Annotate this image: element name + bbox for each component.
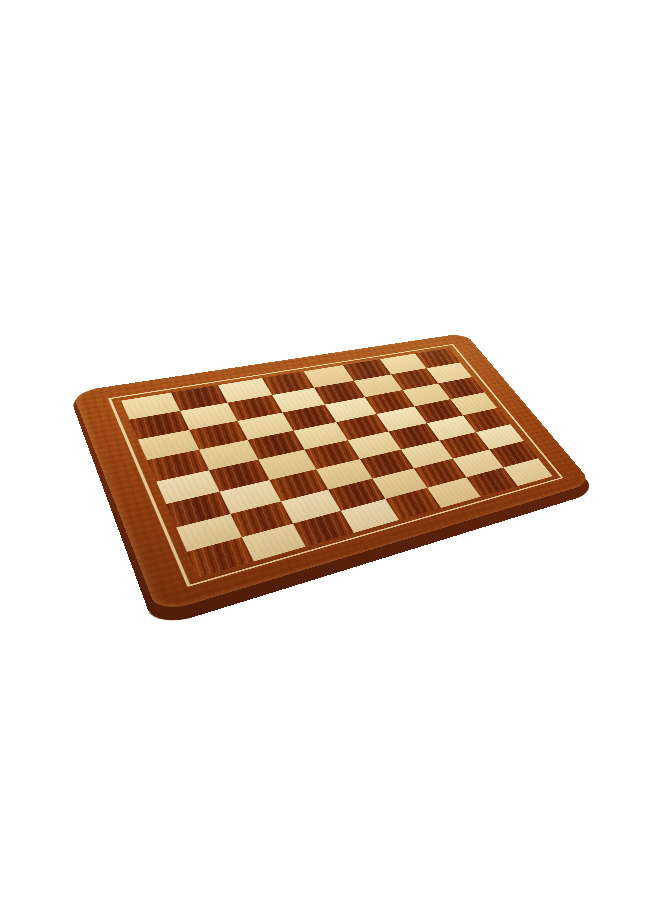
product-photo	[0, 0, 660, 900]
